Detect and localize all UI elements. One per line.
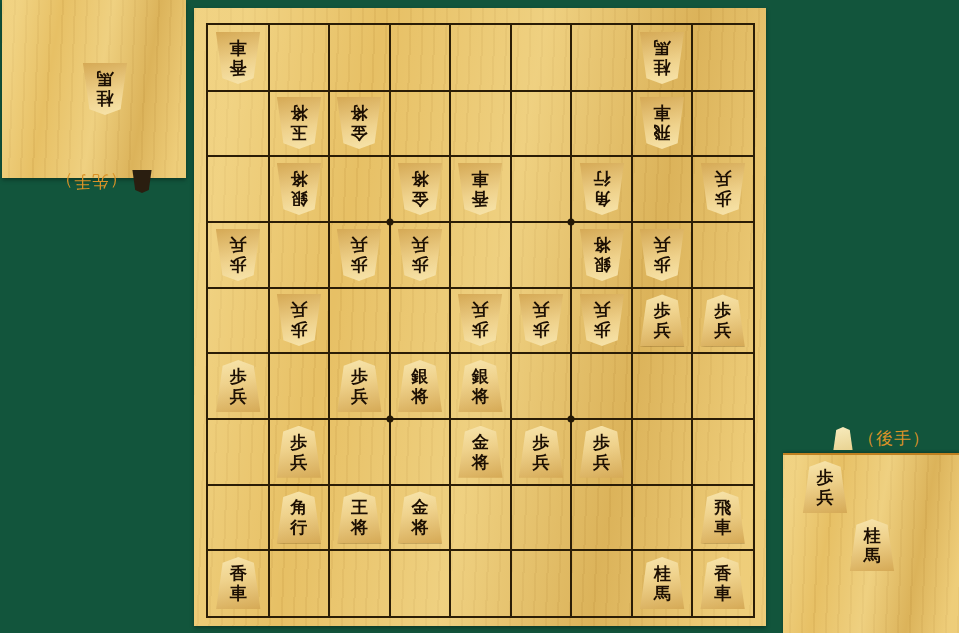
square-f6r4[interactable] [511,353,572,419]
square-f3r9[interactable] [329,25,390,91]
square-f3r5[interactable] [329,288,390,354]
piece-kanji-top: 玉 [290,123,307,143]
piece-kanji-bottom: 兵 [533,300,550,320]
square-f9r9[interactable] [692,25,753,91]
piece-kanji-top: 銀 [593,255,610,275]
square-f6r1[interactable] [511,550,572,616]
square-f3r7[interactable] [329,156,390,222]
square-f5r2[interactable] [450,485,511,551]
square-f1r5[interactable] [208,288,269,354]
piece-kanji-bottom: 車 [714,517,731,537]
square-f7r1[interactable] [571,550,632,616]
gote-piece-icon [833,427,853,450]
piece-kanji-top: 銀 [290,189,307,209]
piece-kanji-bottom: 将 [290,169,307,189]
piece-kanji-top: 歩 [411,255,428,275]
piece-kanji-top: 桂 [864,525,881,545]
piece-kanji-top: 香 [714,563,731,583]
piece-kanji-top: 歩 [230,255,247,275]
piece-kanji-top: 歩 [714,189,731,209]
piece-kanji-top: 銀 [472,366,489,386]
piece-kanji-bottom: 兵 [817,487,834,507]
square-f8r3[interactable] [632,419,693,485]
piece-kanji-bottom: 将 [593,235,610,255]
square-f6r6[interactable] [511,222,572,288]
square-f1r2[interactable] [208,485,269,551]
square-f2r4[interactable] [269,353,330,419]
piece-kanji-bottom: 兵 [593,300,610,320]
shogi-app: 香車桂馬玉将金将飛車銀将金将香車角行歩兵歩兵歩兵歩兵銀将歩兵歩兵歩兵歩兵歩兵歩兵… [0,0,959,633]
piece-kanji-top: 歩 [351,255,368,275]
piece-kanji-bottom: 将 [411,517,428,537]
piece-kanji-top: 歩 [817,467,834,487]
piece-kanji-bottom: 将 [472,386,489,406]
piece-kanji-top: 金 [411,189,428,209]
piece-kanji-bottom: 馬 [864,545,881,565]
piece-kanji-top: 歩 [472,320,489,340]
square-f5r8[interactable] [450,91,511,157]
square-f9r8[interactable] [692,91,753,157]
square-f8r7[interactable] [632,156,693,222]
square-f7r8[interactable] [571,91,632,157]
piece-kanji-bottom: 兵 [654,320,671,340]
square-f9r3[interactable] [692,419,753,485]
piece-kanji-bottom: 将 [472,452,489,472]
square-f6r7[interactable] [511,156,572,222]
sente-player-label: （先手） [55,170,152,193]
piece-kanji-top: 歩 [290,432,307,452]
piece-kanji-top: 歩 [290,320,307,340]
piece-kanji-top: 金 [351,123,368,143]
square-f1r3[interactable] [208,419,269,485]
piece-kanji-bottom: 兵 [351,386,368,406]
piece-kanji-top: 歩 [593,432,610,452]
piece-kanji-bottom: 将 [351,103,368,123]
square-f4r9[interactable] [390,25,451,91]
piece-kanji-top: 歩 [593,320,610,340]
square-f6r8[interactable] [511,91,572,157]
square-f4r3[interactable] [390,419,451,485]
square-f4r8[interactable] [390,91,451,157]
square-f8r2[interactable] [632,485,693,551]
piece-kanji-bottom: 兵 [290,300,307,320]
piece-kanji-bottom: 兵 [714,320,731,340]
piece-kanji-bottom: 車 [714,583,731,603]
square-f5r9[interactable] [450,25,511,91]
piece-kanji-top: 桂 [654,58,671,78]
piece-kanji-bottom: 馬 [654,38,671,58]
square-f8r4[interactable] [632,353,693,419]
sente-label-text: （先手） [55,170,127,193]
square-f3r1[interactable] [329,550,390,616]
piece-kanji-top: 銀 [411,366,428,386]
piece-kanji-bottom: 車 [654,103,671,123]
piece-kanji-bottom: 兵 [411,235,428,255]
piece-kanji-top: 角 [593,189,610,209]
piece-kanji-top: 飛 [654,123,671,143]
piece-kanji-top: 歩 [654,300,671,320]
square-f7r4[interactable] [571,353,632,419]
square-f9r6[interactable] [692,222,753,288]
piece-kanji-bottom: 兵 [290,452,307,472]
piece-kanji-bottom: 兵 [351,235,368,255]
square-f5r1[interactable] [450,550,511,616]
piece-kanji-top: 桂 [97,89,114,109]
piece-kanji-bottom: 馬 [654,583,671,603]
piece-kanji-bottom: 兵 [714,169,731,189]
piece-kanji-top: 歩 [654,255,671,275]
square-f6r2[interactable] [511,485,572,551]
piece-kanji-bottom: 兵 [533,452,550,472]
piece-kanji-bottom: 兵 [230,235,247,255]
square-f2r1[interactable] [269,550,330,616]
square-f9r4[interactable] [692,353,753,419]
square-f6r9[interactable] [511,25,572,91]
square-f4r1[interactable] [390,550,451,616]
piece-kanji-top: 桂 [654,563,671,583]
square-f1r7[interactable] [208,156,269,222]
gote-label-text: （後手） [858,427,930,450]
piece-kanji-bottom: 車 [472,169,489,189]
piece-kanji-top: 飛 [714,497,731,517]
piece-kanji-top: 歩 [533,320,550,340]
piece-kanji-bottom: 兵 [654,235,671,255]
piece-kanji-top: 歩 [714,300,731,320]
square-f1r8[interactable] [208,91,269,157]
square-f3r3[interactable] [329,419,390,485]
piece-kanji-bottom: 行 [290,517,307,537]
piece-kanji-bottom: 将 [411,386,428,406]
piece-kanji-bottom: 将 [411,169,428,189]
square-f5r6[interactable] [450,222,511,288]
piece-kanji-top: 歩 [351,366,368,386]
piece-kanji-top: 角 [290,497,307,517]
piece-kanji-top: 金 [411,497,428,517]
piece-kanji-bottom: 兵 [230,386,247,406]
square-f7r9[interactable] [571,25,632,91]
square-f2r9[interactable] [269,25,330,91]
square-f7r2[interactable] [571,485,632,551]
piece-kanji-top: 王 [351,497,368,517]
sente-piece-icon [132,170,152,193]
piece-kanji-bottom: 将 [290,103,307,123]
piece-kanji-bottom: 行 [593,169,610,189]
piece-kanji-bottom: 将 [351,517,368,537]
piece-kanji-top: 金 [472,432,489,452]
piece-kanji-top: 歩 [230,366,247,386]
piece-kanji-bottom: 兵 [593,452,610,472]
piece-kanji-bottom: 馬 [97,69,114,89]
square-f2r6[interactable] [269,222,330,288]
piece-kanji-bottom: 車 [230,583,247,603]
piece-kanji-bottom: 兵 [472,300,489,320]
piece-kanji-top: 香 [230,58,247,78]
gote-player-label: （後手） [833,427,930,450]
piece-kanji-bottom: 車 [230,38,247,58]
piece-kanji-top: 香 [230,563,247,583]
piece-kanji-top: 歩 [533,432,550,452]
piece-kanji-top: 香 [472,189,489,209]
square-f4r5[interactable] [390,288,451,354]
